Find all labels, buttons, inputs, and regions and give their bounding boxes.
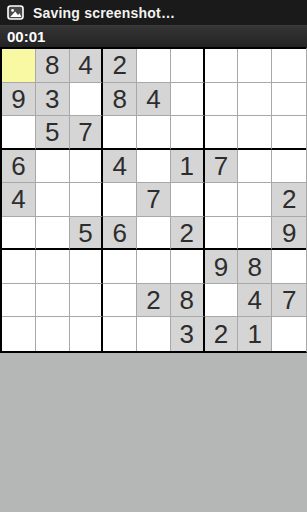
- cell-r7c6[interactable]: [171, 250, 205, 284]
- cell-r6c1[interactable]: [2, 217, 36, 251]
- cell-r8c7[interactable]: [205, 284, 239, 318]
- cell-r4c1[interactable]: 6: [2, 150, 36, 184]
- cell-r6c8[interactable]: [238, 217, 272, 251]
- cell-r8c3[interactable]: [70, 284, 104, 318]
- cell-r1c3[interactable]: 4: [70, 49, 104, 83]
- timer-bar: 00:01: [0, 25, 307, 47]
- cell-r5c8[interactable]: [238, 183, 272, 217]
- cell-r9c4[interactable]: [103, 317, 137, 351]
- cell-r6c5[interactable]: [137, 217, 171, 251]
- cell-r3c1[interactable]: [2, 116, 36, 150]
- cell-r9c6[interactable]: 3: [171, 317, 205, 351]
- cell-r2c6[interactable]: [171, 83, 205, 117]
- cell-r2c1[interactable]: 9: [2, 83, 36, 117]
- cell-r2c4[interactable]: 8: [103, 83, 137, 117]
- cell-r3c9[interactable]: [272, 116, 306, 150]
- status-text: Saving screenshot…: [33, 5, 175, 21]
- cell-r9c9[interactable]: [272, 317, 306, 351]
- cell-r3c5[interactable]: [137, 116, 171, 150]
- cell-r6c4[interactable]: 6: [103, 217, 137, 251]
- cell-r1c8[interactable]: [238, 49, 272, 83]
- cell-r4c2[interactable]: [36, 150, 70, 184]
- cell-r8c6[interactable]: 8: [171, 284, 205, 318]
- cell-r5c1[interactable]: 4: [2, 183, 36, 217]
- cell-r4c8[interactable]: [238, 150, 272, 184]
- sudoku-board: 84293845764174725629982847321: [0, 47, 307, 353]
- cell-r7c3[interactable]: [70, 250, 104, 284]
- cell-r7c1[interactable]: [2, 250, 36, 284]
- cell-r5c3[interactable]: [70, 183, 104, 217]
- cell-r8c4[interactable]: [103, 284, 137, 318]
- cell-r2c5[interactable]: 4: [137, 83, 171, 117]
- cell-r8c1[interactable]: [2, 284, 36, 318]
- cell-r9c2[interactable]: [36, 317, 70, 351]
- cell-r6c7[interactable]: [205, 217, 239, 251]
- cell-r6c9[interactable]: 9: [272, 217, 306, 251]
- cell-r1c2[interactable]: 8: [36, 49, 70, 83]
- cell-r9c1[interactable]: [2, 317, 36, 351]
- cell-r1c7[interactable]: [205, 49, 239, 83]
- cell-r2c9[interactable]: [272, 83, 306, 117]
- cell-r5c6[interactable]: [171, 183, 205, 217]
- cell-r4c5[interactable]: [137, 150, 171, 184]
- cell-r2c3[interactable]: [70, 83, 104, 117]
- cell-r4c3[interactable]: [70, 150, 104, 184]
- cell-r8c5[interactable]: 2: [137, 284, 171, 318]
- cell-r8c2[interactable]: [36, 284, 70, 318]
- status-bar: Saving screenshot…: [0, 0, 307, 25]
- cell-r7c2[interactable]: [36, 250, 70, 284]
- cell-r1c9[interactable]: [272, 49, 306, 83]
- cell-r6c2[interactable]: [36, 217, 70, 251]
- cell-r5c7[interactable]: [205, 183, 239, 217]
- cell-r5c9[interactable]: 2: [272, 183, 306, 217]
- cell-r4c7[interactable]: 7: [205, 150, 239, 184]
- cell-r1c1[interactable]: [2, 49, 36, 83]
- cell-r2c2[interactable]: 3: [36, 83, 70, 117]
- cell-r6c3[interactable]: 5: [70, 217, 104, 251]
- cell-r3c2[interactable]: 5: [36, 116, 70, 150]
- cell-r3c4[interactable]: [103, 116, 137, 150]
- cell-r9c5[interactable]: [137, 317, 171, 351]
- cell-r5c2[interactable]: [36, 183, 70, 217]
- cell-r9c8[interactable]: 1: [238, 317, 272, 351]
- cell-r3c3[interactable]: 7: [70, 116, 104, 150]
- cell-r4c9[interactable]: [272, 150, 306, 184]
- cell-r1c4[interactable]: 2: [103, 49, 137, 83]
- cell-r2c8[interactable]: [238, 83, 272, 117]
- cell-r7c5[interactable]: [137, 250, 171, 284]
- cell-r1c5[interactable]: [137, 49, 171, 83]
- cell-r5c4[interactable]: [103, 183, 137, 217]
- screenshot-image-icon: [7, 5, 24, 20]
- cell-r1c6[interactable]: [171, 49, 205, 83]
- cell-r7c9[interactable]: [272, 250, 306, 284]
- cell-r5c5[interactable]: 7: [137, 183, 171, 217]
- cell-r2c7[interactable]: [205, 83, 239, 117]
- cell-r9c7[interactable]: 2: [205, 317, 239, 351]
- timer-value: 00:01: [7, 28, 45, 45]
- cell-r3c6[interactable]: [171, 116, 205, 150]
- bottom-panel: [0, 353, 307, 512]
- cell-r4c4[interactable]: 4: [103, 150, 137, 184]
- cell-r4c6[interactable]: 1: [171, 150, 205, 184]
- screen: Saving screenshot… 00:01 842938457641747…: [0, 0, 307, 512]
- cell-r7c7[interactable]: 9: [205, 250, 239, 284]
- cell-r9c3[interactable]: [70, 317, 104, 351]
- cell-r6c6[interactable]: 2: [171, 217, 205, 251]
- cell-r3c7[interactable]: [205, 116, 239, 150]
- cell-r8c8[interactable]: 4: [238, 284, 272, 318]
- cell-r7c4[interactable]: [103, 250, 137, 284]
- cell-r8c9[interactable]: 7: [272, 284, 306, 318]
- cell-r3c8[interactable]: [238, 116, 272, 150]
- cell-r7c8[interactable]: 8: [238, 250, 272, 284]
